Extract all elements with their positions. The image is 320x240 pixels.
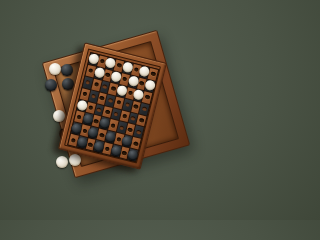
cell-hole [91,94,96,99]
cell-hole [150,72,155,77]
board-cell[interactable] [145,80,155,92]
board-cell[interactable] [136,114,146,126]
cell-hole [116,100,121,105]
cell-hole [125,102,130,107]
cell-hole [122,114,127,119]
scene [0,0,220,220]
cell-hole [128,91,133,96]
cell-hole [136,129,141,134]
cell-hole [113,112,118,117]
cell-hole [145,95,150,100]
cell-hole [105,146,110,151]
cell-hole [105,109,110,114]
cell-hole [128,127,133,132]
black-checker[interactable] [127,149,139,161]
cell-hole [133,141,138,146]
cell-hole [133,68,138,73]
cell-hole [116,137,121,142]
cell-hole [94,119,99,124]
cell-hole [133,104,138,109]
cell-hole [88,69,93,74]
cell-hole [111,123,116,128]
cell-hole [122,150,127,155]
cell-hole [119,125,124,130]
cell-hole [108,98,113,103]
cell-hole [116,63,121,68]
cell-hole [82,128,87,133]
cell-hole [82,92,87,97]
cell-hole [139,118,144,123]
cell-hole [94,82,99,87]
cell-hole [111,86,116,91]
board-grid [67,52,159,162]
cell-hole [122,77,127,82]
cell-hole [142,106,147,111]
cell-hole [85,80,90,85]
board-cell[interactable] [134,126,144,138]
cell-hole [99,59,104,64]
cell-hole [139,81,144,86]
cell-hole [77,115,82,120]
cell-hole [96,107,101,112]
cell-hole [88,105,93,110]
cell-hole [71,138,76,143]
cell-hole [130,116,135,121]
board-cell[interactable] [128,149,138,161]
cell-hole [99,132,104,137]
cell-hole [88,142,93,147]
cell-hole [102,84,107,89]
white-checker[interactable] [144,80,156,92]
cell-hole [99,96,104,101]
loose-black-checker[interactable] [45,79,57,91]
loose-white-checker[interactable] [49,63,61,75]
board-cell[interactable] [139,103,149,115]
cell-hole [105,73,110,78]
loose-white-checker[interactable] [56,156,68,168]
